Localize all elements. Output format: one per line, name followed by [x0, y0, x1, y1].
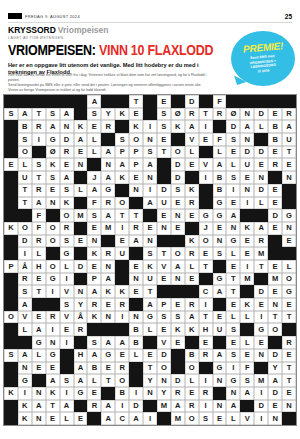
grid-cell: E [101, 298, 115, 311]
grid-cell: A [185, 120, 199, 133]
grid-cell-black [46, 95, 60, 108]
grid-cell: E [254, 298, 268, 311]
grid-cell: E [87, 222, 101, 235]
grid-cell: E [282, 158, 296, 171]
grid-cell: I [199, 400, 213, 413]
grid-cell-black [143, 209, 157, 222]
grid-cell: E [74, 146, 88, 159]
grid-cell: T [32, 285, 46, 298]
grid-cell-black [32, 146, 46, 159]
grid-cell: A [101, 412, 115, 425]
grid-cell: M [74, 209, 88, 222]
grid-cell-black [60, 362, 74, 375]
grid-cell: P [115, 146, 129, 159]
grid-cell: A [46, 120, 60, 133]
grid-cell: C [115, 412, 129, 425]
grid-cell: S [60, 184, 74, 197]
fine-print-line: Rett svar kan du sende inn innen to uker… [8, 73, 218, 82]
grid-cell: E [171, 298, 185, 311]
grid-cell-black [60, 95, 74, 108]
grid-cell: N [171, 273, 185, 286]
grid-cell: A [115, 158, 129, 171]
grid-cell: G [199, 209, 213, 222]
grid-cell-black [18, 336, 32, 349]
grid-cell: I [115, 400, 129, 413]
grid-cell: E [157, 209, 171, 222]
grid-cell: H [74, 349, 88, 362]
grid-cell: U [213, 323, 227, 336]
grid-cell: R [185, 298, 199, 311]
grid-cell-black [18, 209, 32, 222]
grid-cell: A [171, 400, 185, 413]
grid-cell: G [143, 311, 157, 324]
grid-cell-black [74, 222, 88, 235]
masthead: FREDAG 9. AUGUST 2024 25 [8, 12, 292, 23]
grid-cell: E [171, 197, 185, 210]
grid-cell: G [32, 336, 46, 349]
grid-cell: M [101, 222, 115, 235]
grid-cell: R [32, 120, 46, 133]
grid-cell: F [32, 222, 46, 235]
grid-cell: L [254, 120, 268, 133]
grid-cell: E [87, 387, 101, 400]
grid-cell: S [60, 235, 74, 248]
grid-cell: E [213, 311, 227, 324]
newspaper-logo [8, 13, 22, 19]
grid-cell-black [129, 197, 143, 210]
grid-cell: R [185, 108, 199, 121]
grid-cell: S [60, 298, 74, 311]
grid-cell: D [254, 285, 268, 298]
fine-print-line: Vinner av forrige Vriompeisen er trukket… [8, 88, 218, 93]
grid-cell: A [129, 412, 143, 425]
grid-cell: D [240, 146, 254, 159]
grid-cell-black [282, 95, 296, 108]
grid-cell-black [74, 273, 88, 286]
grid-cell: A [226, 209, 240, 222]
grid-cell: F [213, 95, 227, 108]
grid-cell-black [171, 235, 185, 248]
grid-cell: S [171, 184, 185, 197]
grid-cell-black [268, 171, 282, 184]
grid-cell: G [101, 184, 115, 197]
grid-cell: R [32, 235, 46, 248]
grid-cell-black [129, 298, 143, 311]
grid-cell: M [240, 273, 254, 286]
intro-fine-print: Rett svar kan du sende inn innen to uker… [8, 73, 218, 93]
grid-cell-black [143, 108, 157, 121]
grid-cell: A [101, 336, 115, 349]
grid-cell: Ø [171, 108, 185, 121]
grid-cell: I [60, 387, 74, 400]
grid-cell: A [185, 311, 199, 324]
grid-cell: E [46, 184, 60, 197]
grid-cell: N [213, 374, 227, 387]
grid-cell: A [254, 222, 268, 235]
grid-cell: G [213, 197, 227, 210]
grid-cell: A [87, 95, 101, 108]
grid-cell: K [74, 120, 88, 133]
grid-cell: E [143, 349, 157, 362]
grid-cell: R [115, 298, 129, 311]
grid-cell: S [46, 108, 60, 121]
grid-cell-black [282, 247, 296, 260]
grid-cell: K [46, 158, 60, 171]
grid-cell-black [199, 362, 213, 375]
grid-cell: G [226, 235, 240, 248]
grid-cell: S [171, 311, 185, 324]
grid-cell: N [240, 133, 254, 146]
grid-cell: E [240, 171, 254, 184]
grid-cell: Ø [226, 108, 240, 121]
grid-cell: E [268, 197, 282, 210]
grid-cell-black [32, 374, 46, 387]
grid-cell-black [4, 273, 18, 286]
grid-cell: G [46, 349, 60, 362]
grid-cell: F [240, 362, 254, 375]
grid-cell: D [18, 235, 32, 248]
grid-cell-black [254, 209, 268, 222]
grid-cell: M [268, 273, 282, 286]
grid-cell: O [46, 260, 60, 273]
grid-cell: G [282, 209, 296, 222]
grid-cell: O [171, 247, 185, 260]
grid-cell: I [226, 184, 240, 197]
grid-cell: A [18, 298, 32, 311]
grid-cell: L [226, 311, 240, 324]
grid-cell: R [199, 349, 213, 362]
grid-cell: K [101, 285, 115, 298]
grid-cell: T [226, 285, 240, 298]
grid-cell-black [254, 362, 268, 375]
grid-cell: I [143, 120, 157, 133]
grid-cell: N [254, 349, 268, 362]
grid-cell-black [74, 336, 88, 349]
grid-cell: A [143, 298, 157, 311]
grid-cell-black [115, 120, 129, 133]
grid-cell: G [282, 285, 296, 298]
grid-cell: E [129, 260, 143, 273]
grid-cell: K [18, 400, 32, 413]
grid-cell: K [115, 108, 129, 121]
grid-cell: F [32, 209, 46, 222]
grid-cell: I [254, 387, 268, 400]
fine-print-line: Send løsningsordet på SMS eller e-post, … [8, 83, 218, 88]
grid-cell: D [254, 146, 268, 159]
grid-cell-black [157, 285, 171, 298]
grid-cell: R [213, 108, 227, 121]
grid-cell: M [171, 412, 185, 425]
grid-cell: L [32, 349, 46, 362]
grid-cell-black [240, 285, 254, 298]
grid-cell: D [268, 349, 282, 362]
grid-cell: R [32, 184, 46, 197]
grid-cell: T [199, 260, 213, 273]
grid-cell: R [185, 400, 199, 413]
grid-cell: B [115, 387, 129, 400]
grid-cell-black [199, 184, 213, 197]
grid-cell: E [185, 387, 199, 400]
grid-cell-black [171, 285, 185, 298]
grid-cell: K [115, 285, 129, 298]
grid-cell: G [254, 323, 268, 336]
grid-cell-black [240, 323, 254, 336]
grid-cell: E [115, 235, 129, 248]
grid-cell: V [18, 311, 32, 324]
grid-cell-black [268, 95, 282, 108]
grid-cell: S [32, 158, 46, 171]
grid-cell: O [157, 362, 171, 375]
grid-cell: S [157, 311, 171, 324]
grid-cell: I [18, 387, 32, 400]
grid-cell: A [101, 209, 115, 222]
grid-cell: T [254, 260, 268, 273]
grid-cell: T [32, 108, 46, 121]
grid-cell-black [74, 247, 88, 260]
grid-cell-black [115, 184, 129, 197]
grid-cell: E [32, 273, 46, 286]
grid-cell: E [240, 247, 254, 260]
grid-cell: D [185, 95, 199, 108]
grid-cell: E [129, 171, 143, 184]
grid-cell: T [226, 273, 240, 286]
grid-cell-black [282, 197, 296, 210]
grid-cell-black [60, 349, 74, 362]
grid-cell-black [101, 95, 115, 108]
grid-cell: O [171, 146, 185, 159]
grid-cell: T [199, 311, 213, 324]
grid-cell: N [282, 400, 296, 413]
grid-cell: R [268, 158, 282, 171]
grid-cell-black [268, 336, 282, 349]
grid-cell-black [4, 298, 18, 311]
grid-cell: Ø [46, 146, 60, 159]
grid-cell: S [213, 247, 227, 260]
grid-cell-black [240, 209, 254, 222]
grid-cell: L [87, 374, 101, 387]
grid-cell: E [101, 362, 115, 375]
grid-cell: V [199, 158, 213, 171]
grid-cell: I [46, 285, 60, 298]
grid-cell-black [4, 235, 18, 248]
grid-cell: L [60, 412, 74, 425]
grid-cell: R [185, 247, 199, 260]
grid-cell: L [143, 323, 157, 336]
grid-cell-black [268, 235, 282, 248]
grid-cell: D [226, 120, 240, 133]
grid-cell-black [4, 171, 18, 184]
grid-cell: O [185, 362, 199, 375]
grid-cell: F [213, 133, 227, 146]
grid-cell: E [87, 260, 101, 273]
grid-cell-black [87, 412, 101, 425]
grid-cell: E [143, 222, 157, 235]
grid-cell-black [185, 336, 199, 349]
grid-cell: O [46, 235, 60, 248]
grid-cell: G [18, 374, 32, 387]
grid-cell-black [101, 323, 115, 336]
grid-cell: A [171, 260, 185, 273]
grid-cell: N [129, 273, 143, 286]
grid-cell: L [226, 247, 240, 260]
grid-cell: T [143, 362, 157, 375]
grid-cell: F [87, 197, 101, 210]
grid-cell: T [46, 400, 60, 413]
grid-cell: E [115, 349, 129, 362]
grid-cell: P [129, 146, 143, 159]
grid-cell: A [115, 336, 129, 349]
grid-cell: S [199, 412, 213, 425]
grid-cell: I [129, 387, 143, 400]
grid-cell: S [240, 374, 254, 387]
grid-cell-black [129, 362, 143, 375]
byline: LAGET AV TOM ØSTENGEN [8, 36, 63, 40]
grid-cell: L [226, 158, 240, 171]
grid-cell: T [101, 374, 115, 387]
grid-cell-black [157, 158, 171, 171]
grid-cell: M [157, 400, 171, 413]
grid-cell: N [60, 120, 74, 133]
grid-cell-black [115, 260, 129, 273]
grid-cell: E [268, 285, 282, 298]
grid-cell: I [18, 247, 32, 260]
grid-cell: O [129, 133, 143, 146]
grid-cell: S [87, 108, 101, 121]
grid-cell-black [4, 120, 18, 133]
grid-cell: R [60, 222, 74, 235]
grid-cell: E [185, 273, 199, 286]
grid-cell: U [282, 133, 296, 146]
grid-cell: T [199, 108, 213, 121]
page-title: VRIOMPEISEN: VINN 10 FLAXLODD [8, 42, 213, 58]
grid-cell: D [60, 133, 74, 146]
title-black: VRIOMPEISEN: [8, 42, 96, 58]
grid-cell: E [32, 311, 46, 324]
grid-cell: I [240, 260, 254, 273]
grid-cell: A [32, 197, 46, 210]
grid-cell: B [129, 336, 143, 349]
grid-cell: A [32, 323, 46, 336]
grid-cell: T [282, 146, 296, 159]
grid-cell-black [157, 235, 171, 248]
grid-cell: G [74, 387, 88, 400]
grid-cell: T [157, 146, 171, 159]
grid-cell: N [46, 197, 60, 210]
grid-cell: T [129, 209, 143, 222]
grid-cell-black [87, 323, 101, 336]
grid-cell: O [115, 197, 129, 210]
prize-details: Send SMS med VRIOMPEISEN + LØSNINGSORD t… [230, 52, 295, 76]
grid-cell: I [143, 184, 157, 197]
grid-cell: R [87, 400, 101, 413]
grid-cell: K [171, 323, 185, 336]
grid-cell: V [157, 260, 171, 273]
grid-cell: R [115, 362, 129, 375]
grid-cell-black [129, 374, 143, 387]
grid-cell: T [157, 247, 171, 260]
grid-cell: K [240, 298, 254, 311]
grid-cell: A [32, 400, 46, 413]
grid-cell-black [254, 133, 268, 146]
grid-cell: B [268, 133, 282, 146]
grid-cell: V [60, 285, 74, 298]
grid-cell: K [87, 247, 101, 260]
grid-cell: L [129, 349, 143, 362]
grid-cell: A [143, 197, 157, 210]
grid-cell: I [32, 133, 46, 146]
grid-cell: E [46, 362, 60, 375]
grid-cell: V [240, 412, 254, 425]
grid-cell-black [4, 336, 18, 349]
grid-cell: L [185, 146, 199, 159]
grid-cell: D [171, 158, 185, 171]
grid-cell: A [87, 285, 101, 298]
grid-cell: I [60, 273, 74, 286]
grid-cell: E [268, 400, 282, 413]
grid-cell-black [226, 95, 240, 108]
grid-cell: S [143, 247, 157, 260]
grid-cell-black [4, 247, 18, 260]
grid-cell: L [87, 146, 101, 159]
grid-cell: M [254, 247, 268, 260]
grid-cell: J [87, 171, 101, 184]
grid-cell: R [101, 120, 115, 133]
grid-cell: K [143, 260, 157, 273]
grid-cell: D [171, 171, 185, 184]
grid-cell: T [268, 311, 282, 324]
grid-cell: N [268, 412, 282, 425]
grid-cell: A [240, 387, 254, 400]
grid-cell: E [268, 222, 282, 235]
grid-cell-black [46, 247, 60, 260]
grid-cell: E [199, 336, 213, 349]
grid-cell: N [143, 387, 157, 400]
grid-cell: L [18, 158, 32, 171]
grid-cell: N [87, 235, 101, 248]
grid-cell-black [4, 133, 18, 146]
section-kicker: KRYSSORDVriompeisen [8, 25, 108, 35]
grid-cell: A [213, 285, 227, 298]
grid-cell: I [199, 298, 213, 311]
grid-cell: E [282, 298, 296, 311]
grid-cell-black [115, 95, 129, 108]
grid-cell: K [129, 120, 143, 133]
grid-cell: O [46, 222, 60, 235]
grid-cell: V [157, 336, 171, 349]
grid-cell: E [226, 260, 240, 273]
kicker-label: KRYSSORD [8, 25, 56, 35]
grid-cell: O [268, 323, 282, 336]
grid-cell: P [4, 260, 18, 273]
puzzle-name: Vriompeisen [58, 25, 109, 35]
grid-cell: R [101, 247, 115, 260]
grid-cell: M [254, 374, 268, 387]
grid-cell: E [226, 146, 240, 159]
grid-cell: K [4, 387, 18, 400]
grid-cell: B [213, 184, 227, 197]
grid-cell: R [199, 387, 213, 400]
grid-cell: L [60, 260, 74, 273]
grid-cell: N [254, 171, 268, 184]
grid-cell-black [115, 273, 129, 286]
grid-cell: R [171, 387, 185, 400]
grid-cell-black [157, 412, 171, 425]
grid-cell: E [213, 222, 227, 235]
grid-cell: U [115, 247, 129, 260]
grid-cell: D [157, 349, 171, 362]
grid-cell: E [46, 412, 60, 425]
grid-cell: A [18, 108, 32, 121]
